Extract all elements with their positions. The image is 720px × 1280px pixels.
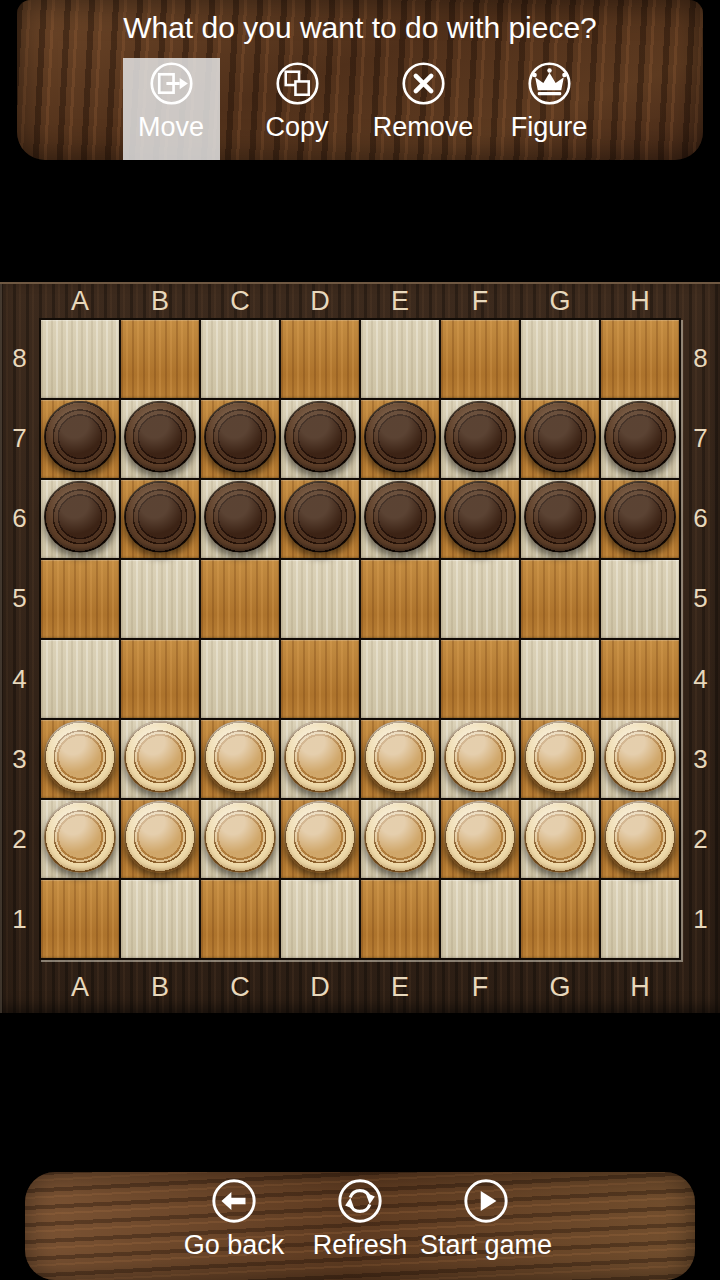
square-e6[interactable]	[361, 480, 439, 558]
file-label: G	[520, 972, 600, 1003]
square-d4[interactable]	[281, 640, 359, 718]
ranks-right: 87654321	[681, 318, 720, 960]
dark-piece[interactable]	[204, 481, 276, 553]
file-label: C	[200, 972, 280, 1003]
square-a6[interactable]	[41, 480, 119, 558]
square-a1[interactable]	[41, 880, 119, 958]
square-e7[interactable]	[361, 400, 439, 478]
square-h8[interactable]	[601, 320, 679, 398]
square-d7[interactable]	[281, 400, 359, 478]
rank-label: 3	[0, 719, 39, 799]
square-h3[interactable]	[601, 720, 679, 798]
crown-icon	[527, 61, 572, 106]
dark-piece[interactable]	[204, 401, 276, 473]
dark-piece[interactable]	[124, 481, 196, 553]
square-h7[interactable]	[601, 400, 679, 478]
start-game-label: Start game	[420, 1230, 552, 1260]
remove-icon	[401, 61, 446, 106]
dark-piece[interactable]	[124, 401, 196, 473]
rank-label: 8	[0, 318, 39, 398]
square-d6[interactable]	[281, 480, 359, 558]
square-a2[interactable]	[41, 800, 119, 878]
figure-button-label: Figure	[511, 112, 588, 142]
light-piece[interactable]	[604, 801, 676, 873]
square-d5[interactable]	[281, 560, 359, 638]
file-label: A	[40, 286, 120, 317]
square-e5[interactable]	[361, 560, 439, 638]
square-f6[interactable]	[441, 480, 519, 558]
square-g8[interactable]	[521, 320, 599, 398]
square-f4[interactable]	[441, 640, 519, 718]
square-a7[interactable]	[41, 400, 119, 478]
square-b6[interactable]	[121, 480, 199, 558]
file-label: E	[360, 286, 440, 317]
square-b1[interactable]	[121, 880, 199, 958]
square-g2[interactable]	[521, 800, 599, 878]
square-f7[interactable]	[441, 400, 519, 478]
light-piece[interactable]	[284, 721, 356, 793]
dialog-title: What do you want to do with piece?	[17, 11, 703, 45]
square-d2[interactable]	[281, 800, 359, 878]
square-h6[interactable]	[601, 480, 679, 558]
file-label: F	[440, 286, 520, 317]
piece-action-dialog: What do you want to do with piece? Move	[17, 0, 703, 160]
light-piece[interactable]	[364, 721, 436, 793]
bottom-toolbar: Go back Refresh Start game	[25, 1172, 695, 1280]
rank-label: 3	[681, 719, 720, 799]
light-piece[interactable]	[124, 801, 196, 873]
file-label: D	[280, 286, 360, 317]
dark-piece[interactable]	[604, 401, 676, 473]
file-label: E	[360, 972, 440, 1003]
board-grid	[39, 318, 681, 960]
rank-label: 8	[681, 318, 720, 398]
ranks-left: 87654321	[0, 318, 39, 960]
file-label: F	[440, 972, 520, 1003]
dark-piece[interactable]	[284, 401, 356, 473]
square-d8[interactable]	[281, 320, 359, 398]
square-c7[interactable]	[201, 400, 279, 478]
square-e3[interactable]	[361, 720, 439, 798]
square-e4[interactable]	[361, 640, 439, 718]
file-label: A	[40, 972, 120, 1003]
square-f8[interactable]	[441, 320, 519, 398]
dark-piece[interactable]	[604, 481, 676, 553]
light-piece[interactable]	[524, 721, 596, 793]
file-label: H	[600, 972, 680, 1003]
rank-label: 2	[0, 800, 39, 880]
dark-piece[interactable]	[364, 401, 436, 473]
dark-piece[interactable]	[44, 401, 116, 473]
dark-piece[interactable]	[524, 481, 596, 553]
square-c4[interactable]	[201, 640, 279, 718]
light-piece[interactable]	[124, 721, 196, 793]
start-game-button[interactable]: Start game	[426, 1172, 546, 1280]
square-b2[interactable]	[121, 800, 199, 878]
square-h4[interactable]	[601, 640, 679, 718]
rank-label: 4	[0, 639, 39, 719]
square-c8[interactable]	[201, 320, 279, 398]
rank-label: 6	[0, 479, 39, 559]
rank-label: 2	[681, 800, 720, 880]
dark-piece[interactable]	[444, 481, 516, 553]
light-piece[interactable]	[364, 801, 436, 873]
move-icon	[149, 61, 194, 106]
rank-label: 7	[681, 398, 720, 478]
rank-label: 7	[0, 398, 39, 478]
dark-piece[interactable]	[44, 481, 116, 553]
square-c6[interactable]	[201, 480, 279, 558]
dark-piece[interactable]	[364, 481, 436, 553]
file-label: B	[120, 286, 200, 317]
square-f3[interactable]	[441, 720, 519, 798]
square-c2[interactable]	[201, 800, 279, 878]
play-icon	[463, 1178, 509, 1224]
square-g5[interactable]	[521, 560, 599, 638]
copy-button-label: Copy	[265, 112, 328, 142]
files-bottom: ABCDEFGH	[0, 960, 720, 1014]
square-f1[interactable]	[441, 880, 519, 958]
square-g4[interactable]	[521, 640, 599, 718]
square-g1[interactable]	[521, 880, 599, 958]
light-piece[interactable]	[284, 801, 356, 873]
rank-label: 1	[0, 880, 39, 960]
dark-piece[interactable]	[284, 481, 356, 553]
move-button[interactable]: Move	[123, 58, 220, 160]
file-label: G	[520, 286, 600, 317]
square-a3[interactable]	[41, 720, 119, 798]
square-h1[interactable]	[601, 880, 679, 958]
files-top: ABCDEFGH	[0, 284, 720, 318]
square-b3[interactable]	[121, 720, 199, 798]
square-e2[interactable]	[361, 800, 439, 878]
rank-label: 5	[0, 559, 39, 639]
copy-button[interactable]: Copy	[249, 58, 346, 160]
square-h5[interactable]	[601, 560, 679, 638]
move-button-label: Move	[138, 112, 204, 142]
remove-button[interactable]: Remove	[375, 58, 472, 160]
square-b5[interactable]	[121, 560, 199, 638]
refresh-label: Refresh	[313, 1230, 408, 1260]
square-g3[interactable]	[521, 720, 599, 798]
square-b4[interactable]	[121, 640, 199, 718]
file-label: B	[120, 972, 200, 1003]
square-h2[interactable]	[601, 800, 679, 878]
square-f2[interactable]	[441, 800, 519, 878]
square-b7[interactable]	[121, 400, 199, 478]
square-b8[interactable]	[121, 320, 199, 398]
square-d1[interactable]	[281, 880, 359, 958]
light-piece[interactable]	[444, 721, 516, 793]
action-button-row: Move Copy Remove	[17, 58, 703, 160]
refresh-button[interactable]: Refresh	[300, 1172, 420, 1280]
square-a4[interactable]	[41, 640, 119, 718]
square-c5[interactable]	[201, 560, 279, 638]
figure-button[interactable]: Figure	[501, 58, 598, 160]
light-piece[interactable]	[44, 721, 116, 793]
square-e8[interactable]	[361, 320, 439, 398]
light-piece[interactable]	[444, 801, 516, 873]
go-back-label: Go back	[184, 1230, 285, 1260]
rank-label: 5	[681, 559, 720, 639]
square-a5[interactable]	[41, 560, 119, 638]
remove-button-label: Remove	[373, 112, 474, 142]
square-a8[interactable]	[41, 320, 119, 398]
light-piece[interactable]	[524, 801, 596, 873]
dark-piece[interactable]	[524, 401, 596, 473]
file-label: C	[200, 286, 280, 317]
dark-piece[interactable]	[444, 401, 516, 473]
square-e1[interactable]	[361, 880, 439, 958]
square-g6[interactable]	[521, 480, 599, 558]
rank-label: 4	[681, 639, 720, 719]
light-piece[interactable]	[204, 721, 276, 793]
square-g7[interactable]	[521, 400, 599, 478]
light-piece[interactable]	[44, 801, 116, 873]
checkers-board: ABCDEFGH 87654321 87654321 ABCDEFGH	[0, 282, 720, 1013]
rank-label: 6	[681, 479, 720, 559]
light-piece[interactable]	[604, 721, 676, 793]
go-back-button[interactable]: Go back	[174, 1172, 294, 1280]
file-label: H	[600, 286, 680, 317]
back-arrow-icon	[211, 1178, 257, 1224]
square-d3[interactable]	[281, 720, 359, 798]
rank-label: 1	[681, 880, 720, 960]
square-f5[interactable]	[441, 560, 519, 638]
square-c1[interactable]	[201, 880, 279, 958]
copy-icon	[275, 61, 320, 106]
refresh-icon	[337, 1178, 383, 1224]
square-c3[interactable]	[201, 720, 279, 798]
file-label: D	[280, 972, 360, 1003]
light-piece[interactable]	[204, 801, 276, 873]
